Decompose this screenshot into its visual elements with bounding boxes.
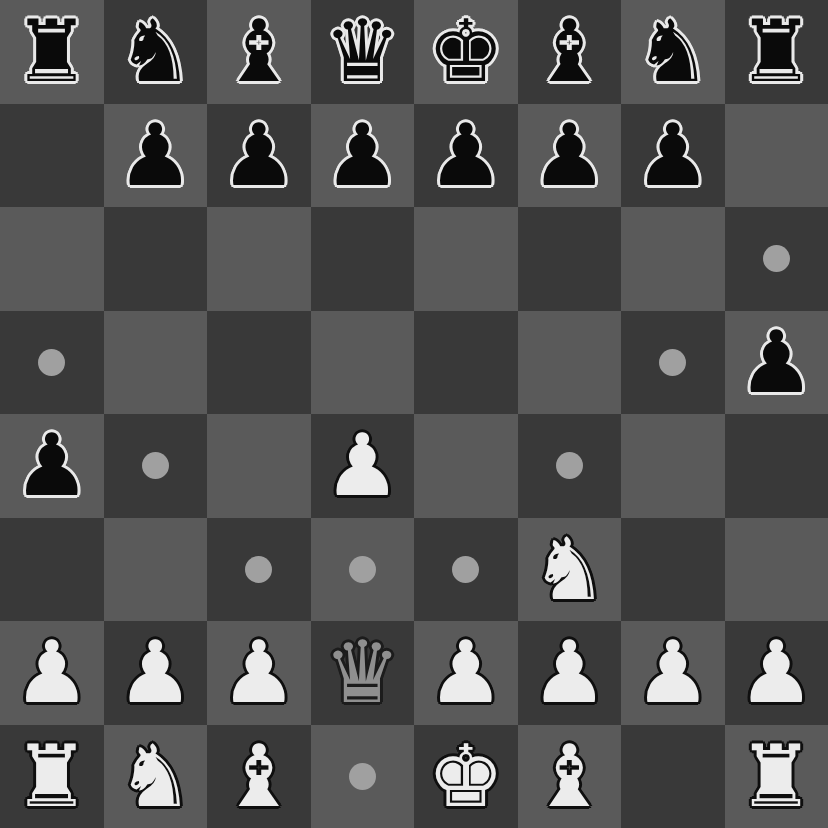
square-h1[interactable]: ♜ xyxy=(725,725,828,828)
square-e8[interactable]: ♚ xyxy=(414,0,518,104)
square-e6[interactable] xyxy=(414,207,518,311)
white-rook[interactable]: ♜ xyxy=(13,725,90,828)
square-c6[interactable] xyxy=(207,207,311,311)
square-c2[interactable]: ♟ xyxy=(207,621,311,725)
white-pawn[interactable]: ♟ xyxy=(531,621,608,725)
square-e4[interactable] xyxy=(414,414,518,518)
square-h5[interactable]: ♟ xyxy=(725,311,828,415)
move-hint-dot[interactable] xyxy=(556,452,583,479)
chess-board: ♜♞♝♛♚♝♞♜♟♟♟♟♟♟♟♟♟♞♟♟♟♛♟♟♟♟♜♞♝♚♝♜ xyxy=(0,0,828,828)
square-e3[interactable] xyxy=(414,518,518,622)
square-d7[interactable]: ♟ xyxy=(311,104,415,208)
white-rook[interactable]: ♜ xyxy=(738,725,815,828)
square-f3[interactable]: ♞ xyxy=(518,518,622,622)
white-knight[interactable]: ♞ xyxy=(531,518,608,622)
move-hint-dot[interactable] xyxy=(38,349,65,376)
black-pawn[interactable]: ♟ xyxy=(13,414,90,518)
white-pawn[interactable]: ♟ xyxy=(634,621,711,725)
black-king[interactable]: ♚ xyxy=(427,0,504,104)
white-king[interactable]: ♚ xyxy=(427,725,504,828)
square-d3[interactable] xyxy=(311,518,415,622)
move-hint-dot[interactable] xyxy=(142,452,169,479)
square-b6[interactable] xyxy=(104,207,208,311)
black-bishop[interactable]: ♝ xyxy=(220,0,297,104)
move-hint-dot[interactable] xyxy=(349,556,376,583)
square-c8[interactable]: ♝ xyxy=(207,0,311,104)
square-g8[interactable]: ♞ xyxy=(621,0,725,104)
white-knight[interactable]: ♞ xyxy=(117,725,194,828)
square-h2[interactable]: ♟ xyxy=(725,621,828,725)
square-f7[interactable]: ♟ xyxy=(518,104,622,208)
square-a3[interactable] xyxy=(0,518,104,622)
square-g1[interactable] xyxy=(621,725,725,828)
move-hint-dot[interactable] xyxy=(452,556,479,583)
square-g6[interactable] xyxy=(621,207,725,311)
black-knight[interactable]: ♞ xyxy=(634,0,711,104)
move-hint-dot[interactable] xyxy=(349,763,376,790)
square-d5[interactable] xyxy=(311,311,415,415)
square-a6[interactable] xyxy=(0,207,104,311)
black-pawn[interactable]: ♟ xyxy=(117,104,194,208)
square-d6[interactable] xyxy=(311,207,415,311)
black-rook[interactable]: ♜ xyxy=(13,0,90,104)
square-b4[interactable] xyxy=(104,414,208,518)
board-area: ♜♞♝♛♚♝♞♜♟♟♟♟♟♟♟♟♟♞♟♟♟♛♟♟♟♟♜♞♝♚♝♜ xyxy=(0,0,828,828)
square-d8[interactable]: ♛ xyxy=(311,0,415,104)
square-g4[interactable] xyxy=(621,414,725,518)
square-h6[interactable] xyxy=(725,207,828,311)
black-pawn[interactable]: ♟ xyxy=(324,104,401,208)
white-pawn[interactable]: ♟ xyxy=(220,621,297,725)
white-pawn[interactable]: ♟ xyxy=(738,621,815,725)
square-f6[interactable] xyxy=(518,207,622,311)
square-a7[interactable] xyxy=(0,104,104,208)
black-rook[interactable]: ♜ xyxy=(738,0,815,104)
square-d1[interactable] xyxy=(311,725,415,828)
square-c5[interactable] xyxy=(207,311,311,415)
square-f2[interactable]: ♟ xyxy=(518,621,622,725)
square-c7[interactable]: ♟ xyxy=(207,104,311,208)
square-f8[interactable]: ♝ xyxy=(518,0,622,104)
square-f1[interactable]: ♝ xyxy=(518,725,622,828)
black-pawn[interactable]: ♟ xyxy=(427,104,504,208)
square-a8[interactable]: ♜ xyxy=(0,0,104,104)
square-h3[interactable] xyxy=(725,518,828,622)
square-c3[interactable] xyxy=(207,518,311,622)
white-bishop[interactable]: ♝ xyxy=(220,725,297,828)
square-g2[interactable]: ♟ xyxy=(621,621,725,725)
move-hint-dot[interactable] xyxy=(245,556,272,583)
white-pawn[interactable]: ♟ xyxy=(427,621,504,725)
square-e2[interactable]: ♟ xyxy=(414,621,518,725)
move-hint-dot[interactable] xyxy=(659,349,686,376)
black-queen[interactable]: ♛ xyxy=(324,0,401,104)
square-g7[interactable]: ♟ xyxy=(621,104,725,208)
square-a4[interactable]: ♟ xyxy=(0,414,104,518)
black-pawn[interactable]: ♟ xyxy=(634,104,711,208)
square-b7[interactable]: ♟ xyxy=(104,104,208,208)
square-e5[interactable] xyxy=(414,311,518,415)
white-pawn[interactable]: ♟ xyxy=(13,621,90,725)
square-f5[interactable] xyxy=(518,311,622,415)
square-c1[interactable]: ♝ xyxy=(207,725,311,828)
square-b3[interactable] xyxy=(104,518,208,622)
black-pawn[interactable]: ♟ xyxy=(531,104,608,208)
square-a1[interactable]: ♜ xyxy=(0,725,104,828)
black-knight[interactable]: ♞ xyxy=(117,0,194,104)
white-pawn[interactable]: ♟ xyxy=(117,621,194,725)
square-b2[interactable]: ♟ xyxy=(104,621,208,725)
square-b1[interactable]: ♞ xyxy=(104,725,208,828)
square-a5[interactable] xyxy=(0,311,104,415)
square-c4[interactable] xyxy=(207,414,311,518)
white-bishop[interactable]: ♝ xyxy=(531,725,608,828)
square-d2[interactable]: ♛ xyxy=(311,621,415,725)
white-queen-ghost[interactable]: ♛ xyxy=(324,621,401,725)
square-h4[interactable] xyxy=(725,414,828,518)
square-g3[interactable] xyxy=(621,518,725,622)
square-e7[interactable]: ♟ xyxy=(414,104,518,208)
black-pawn[interactable]: ♟ xyxy=(738,311,815,415)
square-h7[interactable] xyxy=(725,104,828,208)
square-d4[interactable]: ♟ xyxy=(311,414,415,518)
white-pawn[interactable]: ♟ xyxy=(324,414,401,518)
square-b8[interactable]: ♞ xyxy=(104,0,208,104)
square-a2[interactable]: ♟ xyxy=(0,621,104,725)
square-h8[interactable]: ♜ xyxy=(725,0,828,104)
square-e1[interactable]: ♚ xyxy=(414,725,518,828)
move-hint-dot[interactable] xyxy=(763,245,790,272)
black-bishop[interactable]: ♝ xyxy=(531,0,608,104)
black-pawn[interactable]: ♟ xyxy=(220,104,297,208)
square-f4[interactable] xyxy=(518,414,622,518)
square-b5[interactable] xyxy=(104,311,208,415)
square-g5[interactable] xyxy=(621,311,725,415)
